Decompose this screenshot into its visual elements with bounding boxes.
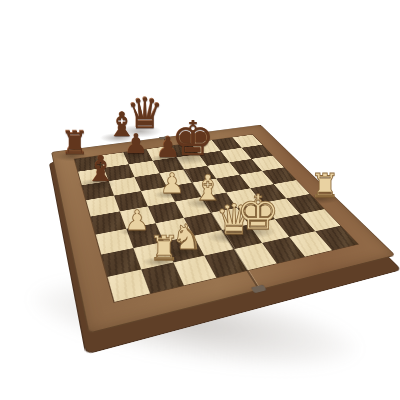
piece-white-king-c3: ♚	[236, 188, 279, 236]
piece-white-rook-a1: ♜	[310, 169, 340, 202]
piece-white-pawn-e5: ♟	[159, 170, 184, 198]
piece-black-king-d6: ♚	[171, 114, 214, 162]
piece-white-pawn-g4: ♟	[124, 207, 149, 235]
piece-black-pawn-f7: ♟	[124, 130, 148, 157]
piece-white-rook-f3: ♜	[149, 231, 179, 265]
piece-black-bishop-h6: ♝	[85, 151, 117, 187]
product-photo-chess-set: ♜♝♝♛♟♟♚♟♝♛♚♞♜♟♜	[0, 0, 400, 400]
